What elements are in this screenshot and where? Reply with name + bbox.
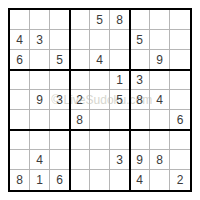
cell-r8c8: 8	[150, 150, 170, 170]
cell-r9c3: 6	[50, 170, 70, 190]
cell-r8c9[interactable]	[170, 150, 190, 170]
cell-r1c4[interactable]	[70, 10, 90, 30]
box-divider-horizontal-1	[10, 69, 190, 71]
cell-r2c7: 5	[130, 30, 150, 50]
cell-r8c6: 3	[110, 150, 130, 170]
cell-r3c6[interactable]	[110, 50, 130, 70]
cell-r1c7[interactable]	[130, 10, 150, 30]
cell-r2c6[interactable]	[110, 30, 130, 50]
cell-r7c5[interactable]	[90, 130, 110, 150]
cell-r2c4[interactable]	[70, 30, 90, 50]
cell-r7c4[interactable]	[70, 130, 90, 150]
cell-r7c6[interactable]	[110, 130, 130, 150]
cell-r1c6: 8	[110, 10, 130, 30]
cell-r6c5[interactable]	[90, 110, 110, 130]
cell-r1c8[interactable]	[150, 10, 170, 30]
cell-r5c8: 4	[150, 90, 170, 110]
cell-r3c5: 4	[90, 50, 110, 70]
box-divider-horizontal-2	[10, 129, 190, 131]
cell-r5c2: 9	[30, 90, 50, 110]
cell-r5c5[interactable]	[90, 90, 110, 110]
cell-r9c6[interactable]	[110, 170, 130, 190]
cell-r2c3[interactable]	[50, 30, 70, 50]
cell-r1c3[interactable]	[50, 10, 70, 30]
cell-r2c9[interactable]	[170, 30, 190, 50]
cell-r6c2[interactable]	[30, 110, 50, 130]
cell-r7c1[interactable]	[10, 130, 30, 150]
cell-r2c1: 4	[10, 30, 30, 50]
cell-r3c1: 6	[10, 50, 30, 70]
cell-r4c5[interactable]	[90, 70, 110, 90]
cell-r4c2[interactable]	[30, 70, 50, 90]
cell-r7c7[interactable]	[130, 130, 150, 150]
sudoku-board: © LiveSudoku.com 58435654913932584864398…	[8, 8, 192, 192]
cell-r4c9[interactable]	[170, 70, 190, 90]
cell-r3c9[interactable]	[170, 50, 190, 70]
cell-r9c9: 2	[170, 170, 190, 190]
cell-r9c1: 8	[10, 170, 30, 190]
cell-r7c9[interactable]	[170, 130, 190, 150]
box-divider-vertical-2	[129, 10, 131, 190]
cell-r9c5[interactable]	[90, 170, 110, 190]
cell-r8c2: 4	[30, 150, 50, 170]
cell-r7c3[interactable]	[50, 130, 70, 150]
cell-r7c2[interactable]	[30, 130, 50, 150]
cell-r4c1[interactable]	[10, 70, 30, 90]
cell-r9c4[interactable]	[70, 170, 90, 190]
cell-r5c6: 5	[110, 90, 130, 110]
cell-r5c7: 8	[130, 90, 150, 110]
cell-r8c1[interactable]	[10, 150, 30, 170]
cell-r8c4[interactable]	[70, 150, 90, 170]
cell-r2c5[interactable]	[90, 30, 110, 50]
cell-r1c2[interactable]	[30, 10, 50, 30]
cell-r3c8: 9	[150, 50, 170, 70]
cell-r6c3[interactable]	[50, 110, 70, 130]
cell-r6c8[interactable]	[150, 110, 170, 130]
cell-r1c9[interactable]	[170, 10, 190, 30]
cell-r4c8[interactable]	[150, 70, 170, 90]
cell-r1c5: 5	[90, 10, 110, 30]
cell-r3c3: 5	[50, 50, 70, 70]
cell-r5c1[interactable]	[10, 90, 30, 110]
cell-r6c7[interactable]	[130, 110, 150, 130]
cell-r7c8[interactable]	[150, 130, 170, 150]
cell-r6c4: 8	[70, 110, 90, 130]
cell-r2c2: 3	[30, 30, 50, 50]
cell-r3c4[interactable]	[70, 50, 90, 70]
cell-r6c1[interactable]	[10, 110, 30, 130]
cell-r3c7[interactable]	[130, 50, 150, 70]
cell-r6c9: 6	[170, 110, 190, 130]
cell-r9c7: 4	[130, 170, 150, 190]
cell-r1c1[interactable]	[10, 10, 30, 30]
cell-r8c5[interactable]	[90, 150, 110, 170]
cell-r9c2: 1	[30, 170, 50, 190]
cell-r8c7: 9	[130, 150, 150, 170]
cell-r4c4[interactable]	[70, 70, 90, 90]
cell-r8c3[interactable]	[50, 150, 70, 170]
cell-r5c3: 3	[50, 90, 70, 110]
box-divider-vertical-1	[69, 10, 71, 190]
cell-r2c8[interactable]	[150, 30, 170, 50]
cell-r9c8[interactable]	[150, 170, 170, 190]
cell-r5c4: 2	[70, 90, 90, 110]
cell-r6c6[interactable]	[110, 110, 130, 130]
cell-r5c9[interactable]	[170, 90, 190, 110]
cell-r4c7: 3	[130, 70, 150, 90]
sudoku-grid: 5843565491393258486439881642	[10, 10, 190, 190]
cell-r4c6: 1	[110, 70, 130, 90]
cell-r4c3[interactable]	[50, 70, 70, 90]
cell-r3c2[interactable]	[30, 50, 50, 70]
